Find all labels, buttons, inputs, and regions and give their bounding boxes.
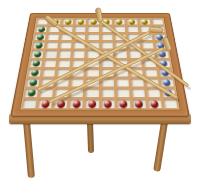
mallet: [51, 37, 172, 101]
mallet-head: [95, 8, 103, 23]
mallets-layer: [0, 0, 200, 181]
mallet-head: [44, 15, 58, 28]
photo-background: [0, 0, 200, 181]
mallet-head: [149, 27, 163, 33]
